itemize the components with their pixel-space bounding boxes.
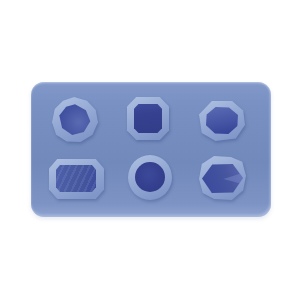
photo-background: [0, 0, 300, 300]
cavity-square-asscher-top-middle: [127, 97, 169, 140]
cavity-hexagon-bottom-right: [199, 156, 246, 200]
cavity-hole: [56, 165, 96, 192]
cavity-hole: [134, 104, 162, 133]
gem-mold-tray: [31, 82, 271, 217]
cavity-round-brilliant-top-left: [52, 97, 98, 143]
cavity-hole: [135, 162, 165, 192]
cavity-octagon-top-right: [199, 101, 245, 141]
cavity-emerald-rectangle-bottom-left: [49, 159, 104, 199]
cavity-circle-bottom-middle: [128, 155, 172, 200]
